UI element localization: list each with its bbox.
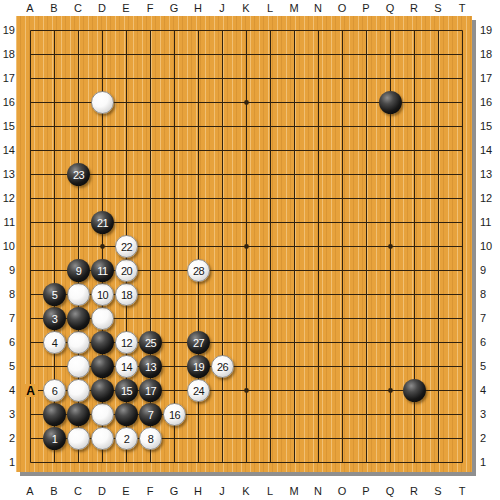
stone-black-B3 (43, 403, 66, 426)
stone-white-D3 (91, 403, 114, 426)
move-number: 2 (124, 433, 130, 445)
coord-label-right-14: 14 (480, 143, 500, 157)
stone-white-D8-move-10: 10 (91, 283, 114, 306)
stone-black-Q16 (379, 91, 402, 114)
coord-label-right-5: 5 (480, 359, 500, 373)
coord-label-bottom-K: K (236, 484, 256, 498)
coord-label-right-1: 1 (480, 455, 500, 469)
coord-label-left-3: 3 (1, 407, 15, 421)
stone-white-E2-move-2: 2 (115, 427, 138, 450)
move-number: 9 (76, 265, 82, 277)
stone-black-C3 (67, 403, 90, 426)
move-number: 8 (148, 433, 154, 445)
move-number: 28 (193, 265, 204, 277)
stone-black-D6 (91, 331, 114, 354)
coord-label-right-12: 12 (480, 191, 500, 205)
stone-white-C2 (67, 427, 90, 450)
coord-label-top-A: A (20, 1, 40, 15)
coord-label-bottom-O: O (332, 484, 352, 498)
coord-label-right-13: 13 (480, 167, 500, 181)
coord-label-right-11: 11 (480, 215, 500, 229)
coord-label-bottom-B: B (44, 484, 64, 498)
move-number: 23 (73, 169, 84, 181)
stone-white-C6 (67, 331, 90, 354)
grid-lines (16, 16, 472, 472)
stone-black-F6-move-25: 25 (139, 331, 162, 354)
coord-label-top-D: D (92, 1, 112, 15)
stone-black-B2-move-1: 1 (43, 427, 66, 450)
coord-label-top-H: H (188, 1, 208, 15)
stone-white-H9-move-28: 28 (187, 259, 210, 282)
stone-black-F4-move-17: 17 (139, 379, 162, 402)
move-number: 26 (217, 361, 228, 373)
stone-black-F3-move-7: 7 (139, 403, 162, 426)
coord-label-left-8: 8 (1, 287, 15, 301)
coord-label-right-10: 10 (480, 239, 500, 253)
stone-white-E9-move-20: 20 (115, 259, 138, 282)
coord-label-bottom-S: S (428, 484, 448, 498)
coord-label-bottom-G: G (164, 484, 184, 498)
star-point-K16 (244, 100, 249, 105)
coord-label-bottom-R: R (404, 484, 424, 498)
goban: A123456789101112131415161718192021222324… (16, 16, 472, 472)
coord-label-left-4: 4 (1, 383, 15, 397)
stone-black-E4-move-15: 15 (115, 379, 138, 402)
coord-label-right-15: 15 (480, 119, 500, 133)
coord-label-left-7: 7 (1, 311, 15, 325)
coord-label-left-5: 5 (1, 359, 15, 373)
stone-white-C4 (67, 379, 90, 402)
move-number: 21 (97, 217, 108, 229)
stone-black-D9-move-11: 11 (91, 259, 114, 282)
coord-label-left-11: 11 (1, 215, 15, 229)
coord-label-top-K: K (236, 1, 256, 15)
coord-label-top-L: L (260, 1, 280, 15)
stone-black-B7-move-3: 3 (43, 307, 66, 330)
move-number: 12 (121, 337, 132, 349)
coord-label-right-16: 16 (480, 95, 500, 109)
star-point-K10 (244, 244, 249, 249)
stone-black-C7 (67, 307, 90, 330)
coord-label-right-7: 7 (480, 311, 500, 325)
coord-label-left-15: 15 (1, 119, 15, 133)
coord-label-top-B: B (44, 1, 64, 15)
star-point-K4 (244, 388, 249, 393)
move-number: 27 (193, 337, 204, 349)
stone-white-D2 (91, 427, 114, 450)
coord-label-top-C: C (68, 1, 88, 15)
move-number: 4 (52, 337, 58, 349)
move-number: 16 (169, 409, 180, 421)
coord-label-left-6: 6 (1, 335, 15, 349)
coord-label-right-18: 18 (480, 47, 500, 61)
coord-label-left-16: 16 (1, 95, 15, 109)
coord-label-top-E: E (116, 1, 136, 15)
stone-white-E6-move-12: 12 (115, 331, 138, 354)
coord-label-bottom-T: T (452, 484, 472, 498)
move-number: 7 (148, 409, 154, 421)
stone-black-H6-move-27: 27 (187, 331, 210, 354)
move-number: 18 (121, 289, 132, 301)
coord-label-left-9: 9 (1, 263, 15, 277)
coord-label-left-12: 12 (1, 191, 15, 205)
coord-label-bottom-H: H (188, 484, 208, 498)
move-number: 24 (193, 385, 204, 397)
coord-label-top-R: R (404, 1, 424, 15)
coord-label-right-4: 4 (480, 383, 500, 397)
stone-white-E8-move-18: 18 (115, 283, 138, 306)
move-number: 6 (52, 385, 58, 397)
stone-black-H5-move-19: 19 (187, 355, 210, 378)
stone-white-D7 (91, 307, 114, 330)
stone-black-D11-move-21: 21 (91, 211, 114, 234)
move-number: 11 (97, 265, 107, 277)
coord-label-left-2: 2 (1, 431, 15, 445)
stone-black-D5 (91, 355, 114, 378)
stone-white-C5 (67, 355, 90, 378)
move-number: 20 (121, 265, 132, 277)
stone-white-B4-move-6: 6 (43, 379, 66, 402)
coord-label-bottom-Q: Q (380, 484, 400, 498)
coord-label-right-6: 6 (480, 335, 500, 349)
star-point-Q4 (388, 388, 393, 393)
coord-label-right-8: 8 (480, 287, 500, 301)
stone-white-J5-move-26: 26 (211, 355, 234, 378)
coord-label-top-G: G (164, 1, 184, 15)
coord-label-top-J: J (212, 1, 232, 15)
coord-label-right-2: 2 (480, 431, 500, 445)
coord-label-left-19: 19 (1, 23, 15, 37)
coord-label-bottom-D: D (92, 484, 112, 498)
coord-label-right-19: 19 (480, 23, 500, 37)
stone-white-H4-move-24: 24 (187, 379, 210, 402)
coord-label-top-M: M (284, 1, 304, 15)
coord-label-right-3: 3 (480, 407, 500, 421)
stone-black-F5-move-13: 13 (139, 355, 162, 378)
stone-black-C9-move-9: 9 (67, 259, 90, 282)
coord-label-bottom-F: F (140, 484, 160, 498)
go-kifu-diagram: A123456789101112131415161718192021222324… (0, 0, 500, 500)
coord-label-bottom-P: P (356, 484, 376, 498)
coord-label-top-O: O (332, 1, 352, 15)
coord-label-bottom-A: A (20, 484, 40, 498)
stone-white-G3-move-16: 16 (163, 403, 186, 426)
stone-white-E5-move-14: 14 (115, 355, 138, 378)
move-number: 1 (52, 433, 58, 445)
stone-white-C8 (67, 283, 90, 306)
coord-label-left-14: 14 (1, 143, 15, 157)
move-number: 19 (193, 361, 204, 373)
coord-label-left-17: 17 (1, 71, 15, 85)
stone-white-F2-move-8: 8 (139, 427, 162, 450)
move-number: 25 (145, 337, 156, 349)
coord-label-bottom-E: E (116, 484, 136, 498)
move-number: 5 (52, 289, 58, 301)
coord-label-bottom-C: C (68, 484, 88, 498)
coord-label-right-9: 9 (480, 263, 500, 277)
coord-label-left-10: 10 (1, 239, 15, 253)
star-point-D10 (100, 244, 105, 249)
stone-white-B6-move-4: 4 (43, 331, 66, 354)
coord-label-bottom-M: M (284, 484, 304, 498)
coord-label-left-1: 1 (1, 455, 15, 469)
stone-black-R4 (403, 379, 426, 402)
coord-label-bottom-N: N (308, 484, 328, 498)
stone-black-E3 (115, 403, 138, 426)
coord-label-top-S: S (428, 1, 448, 15)
coord-label-bottom-J: J (212, 484, 232, 498)
coord-label-top-P: P (356, 1, 376, 15)
coord-label-top-T: T (452, 1, 472, 15)
move-number: 22 (121, 241, 132, 253)
move-number: 13 (145, 361, 156, 373)
stone-white-D16 (91, 91, 114, 114)
move-number: 17 (145, 385, 156, 397)
stone-black-B8-move-5: 5 (43, 283, 66, 306)
move-number: 3 (52, 313, 58, 325)
stone-black-D4 (91, 379, 114, 402)
coord-label-left-18: 18 (1, 47, 15, 61)
coord-label-top-F: F (140, 1, 160, 15)
coord-label-top-Q: Q (380, 1, 400, 15)
move-number: 14 (121, 361, 132, 373)
coord-label-left-13: 13 (1, 167, 15, 181)
coord-label-top-N: N (308, 1, 328, 15)
stone-white-E10-move-22: 22 (115, 235, 138, 258)
point-label-A-A4: A (24, 384, 38, 397)
stone-black-C13-move-23: 23 (67, 163, 90, 186)
coord-label-right-17: 17 (480, 71, 500, 85)
star-point-Q10 (388, 244, 393, 249)
coord-label-bottom-L: L (260, 484, 280, 498)
move-number: 15 (121, 385, 132, 397)
move-number: 10 (97, 289, 108, 301)
